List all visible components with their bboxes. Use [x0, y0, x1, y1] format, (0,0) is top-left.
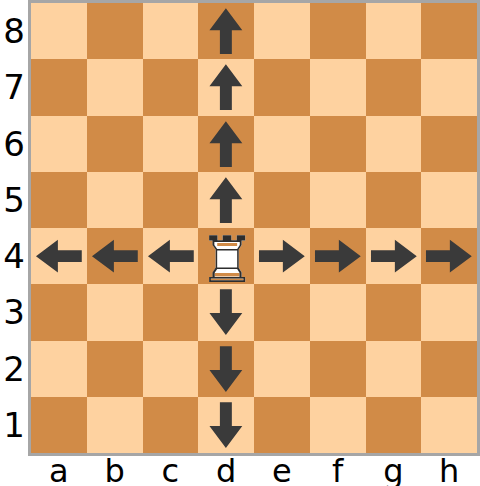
- square-h5[interactable]: [421, 172, 477, 228]
- file-label-f: f: [310, 456, 366, 486]
- square-e2[interactable]: [254, 341, 310, 397]
- square-d5[interactable]: [198, 172, 254, 228]
- square-a8[interactable]: [31, 3, 87, 59]
- square-b8[interactable]: [87, 3, 143, 59]
- square-e6[interactable]: [254, 116, 310, 172]
- right-arrow-icon: [366, 228, 422, 284]
- square-d6[interactable]: [198, 116, 254, 172]
- chess-diagram: 8 7 6 5 4 3 2 1 ♜♖ a b c d e f g h: [0, 0, 480, 486]
- right-arrow-icon: [310, 228, 366, 284]
- down-arrow-icon: [198, 341, 254, 397]
- right-arrow-icon: [421, 228, 477, 284]
- square-f7[interactable]: [310, 59, 366, 115]
- rank-label-1: 1: [0, 397, 28, 453]
- square-f1[interactable]: [310, 397, 366, 453]
- rank-label-6: 6: [0, 116, 28, 172]
- square-b5[interactable]: [87, 172, 143, 228]
- square-b1[interactable]: [87, 397, 143, 453]
- square-g1[interactable]: [366, 397, 422, 453]
- square-a6[interactable]: [31, 116, 87, 172]
- square-d8[interactable]: [198, 3, 254, 59]
- square-c7[interactable]: [143, 59, 199, 115]
- file-label-c: c: [143, 456, 199, 486]
- rook-glyph-outline: ♖: [198, 228, 255, 292]
- file-label-g: g: [366, 456, 422, 486]
- square-b2[interactable]: [87, 341, 143, 397]
- square-c6[interactable]: [143, 116, 199, 172]
- square-g2[interactable]: [366, 341, 422, 397]
- square-h2[interactable]: [421, 341, 477, 397]
- white-rook[interactable]: ♜♖: [198, 228, 254, 284]
- file-labels: a b c d e f g h: [28, 456, 480, 486]
- board-frame: ♜♖: [28, 0, 480, 456]
- square-a4[interactable]: [31, 228, 87, 284]
- square-g5[interactable]: [366, 172, 422, 228]
- square-a3[interactable]: [31, 284, 87, 340]
- square-b4[interactable]: [87, 228, 143, 284]
- square-e8[interactable]: [254, 3, 310, 59]
- rank-label-8: 8: [0, 3, 28, 59]
- rank-label-5: 5: [0, 172, 28, 228]
- square-f5[interactable]: [310, 172, 366, 228]
- square-f6[interactable]: [310, 116, 366, 172]
- square-h6[interactable]: [421, 116, 477, 172]
- square-e1[interactable]: [254, 397, 310, 453]
- square-g3[interactable]: [366, 284, 422, 340]
- square-b6[interactable]: [87, 116, 143, 172]
- square-f2[interactable]: [310, 341, 366, 397]
- square-h4[interactable]: [421, 228, 477, 284]
- square-f8[interactable]: [310, 3, 366, 59]
- square-d7[interactable]: [198, 59, 254, 115]
- square-a5[interactable]: [31, 172, 87, 228]
- square-a1[interactable]: [31, 397, 87, 453]
- square-g7[interactable]: [366, 59, 422, 115]
- square-e7[interactable]: [254, 59, 310, 115]
- square-c2[interactable]: [143, 341, 199, 397]
- rank-label-3: 3: [0, 284, 28, 340]
- square-c5[interactable]: [143, 172, 199, 228]
- left-arrow-icon: [87, 228, 143, 284]
- square-f4[interactable]: [310, 228, 366, 284]
- square-g4[interactable]: [366, 228, 422, 284]
- square-c4[interactable]: [143, 228, 199, 284]
- square-a7[interactable]: [31, 59, 87, 115]
- square-g8[interactable]: [366, 3, 422, 59]
- square-c1[interactable]: [143, 397, 199, 453]
- right-arrow-icon: [254, 228, 310, 284]
- square-h1[interactable]: [421, 397, 477, 453]
- square-d4[interactable]: ♜♖: [198, 228, 254, 284]
- up-arrow-icon: [198, 116, 254, 172]
- square-e4[interactable]: [254, 228, 310, 284]
- left-arrow-icon: [31, 228, 87, 284]
- square-h8[interactable]: [421, 3, 477, 59]
- square-a2[interactable]: [31, 341, 87, 397]
- down-arrow-icon: [198, 285, 254, 341]
- file-label-a: a: [31, 456, 87, 486]
- file-label-h: h: [421, 456, 477, 486]
- chess-board: ♜♖: [31, 3, 477, 453]
- square-h7[interactable]: [421, 59, 477, 115]
- square-f3[interactable]: [310, 284, 366, 340]
- up-arrow-icon: [198, 3, 254, 59]
- square-h3[interactable]: [421, 284, 477, 340]
- square-d3[interactable]: [198, 284, 254, 340]
- square-d2[interactable]: [198, 341, 254, 397]
- rank-label-2: 2: [0, 341, 28, 397]
- square-b3[interactable]: [87, 284, 143, 340]
- square-c3[interactable]: [143, 284, 199, 340]
- file-label-e: e: [254, 456, 310, 486]
- up-arrow-icon: [198, 60, 254, 116]
- file-label-d: d: [198, 456, 254, 486]
- down-arrow-icon: [198, 397, 254, 453]
- left-arrow-icon: [143, 228, 199, 284]
- up-arrow-icon: [198, 172, 254, 228]
- file-label-b: b: [87, 456, 143, 486]
- square-d1[interactable]: [198, 397, 254, 453]
- square-g6[interactable]: [366, 116, 422, 172]
- square-b7[interactable]: [87, 59, 143, 115]
- rank-labels: 8 7 6 5 4 3 2 1: [0, 0, 28, 456]
- square-c8[interactable]: [143, 3, 199, 59]
- square-e5[interactable]: [254, 172, 310, 228]
- rank-label-7: 7: [0, 59, 28, 115]
- square-e3[interactable]: [254, 284, 310, 340]
- rank-label-4: 4: [0, 228, 28, 284]
